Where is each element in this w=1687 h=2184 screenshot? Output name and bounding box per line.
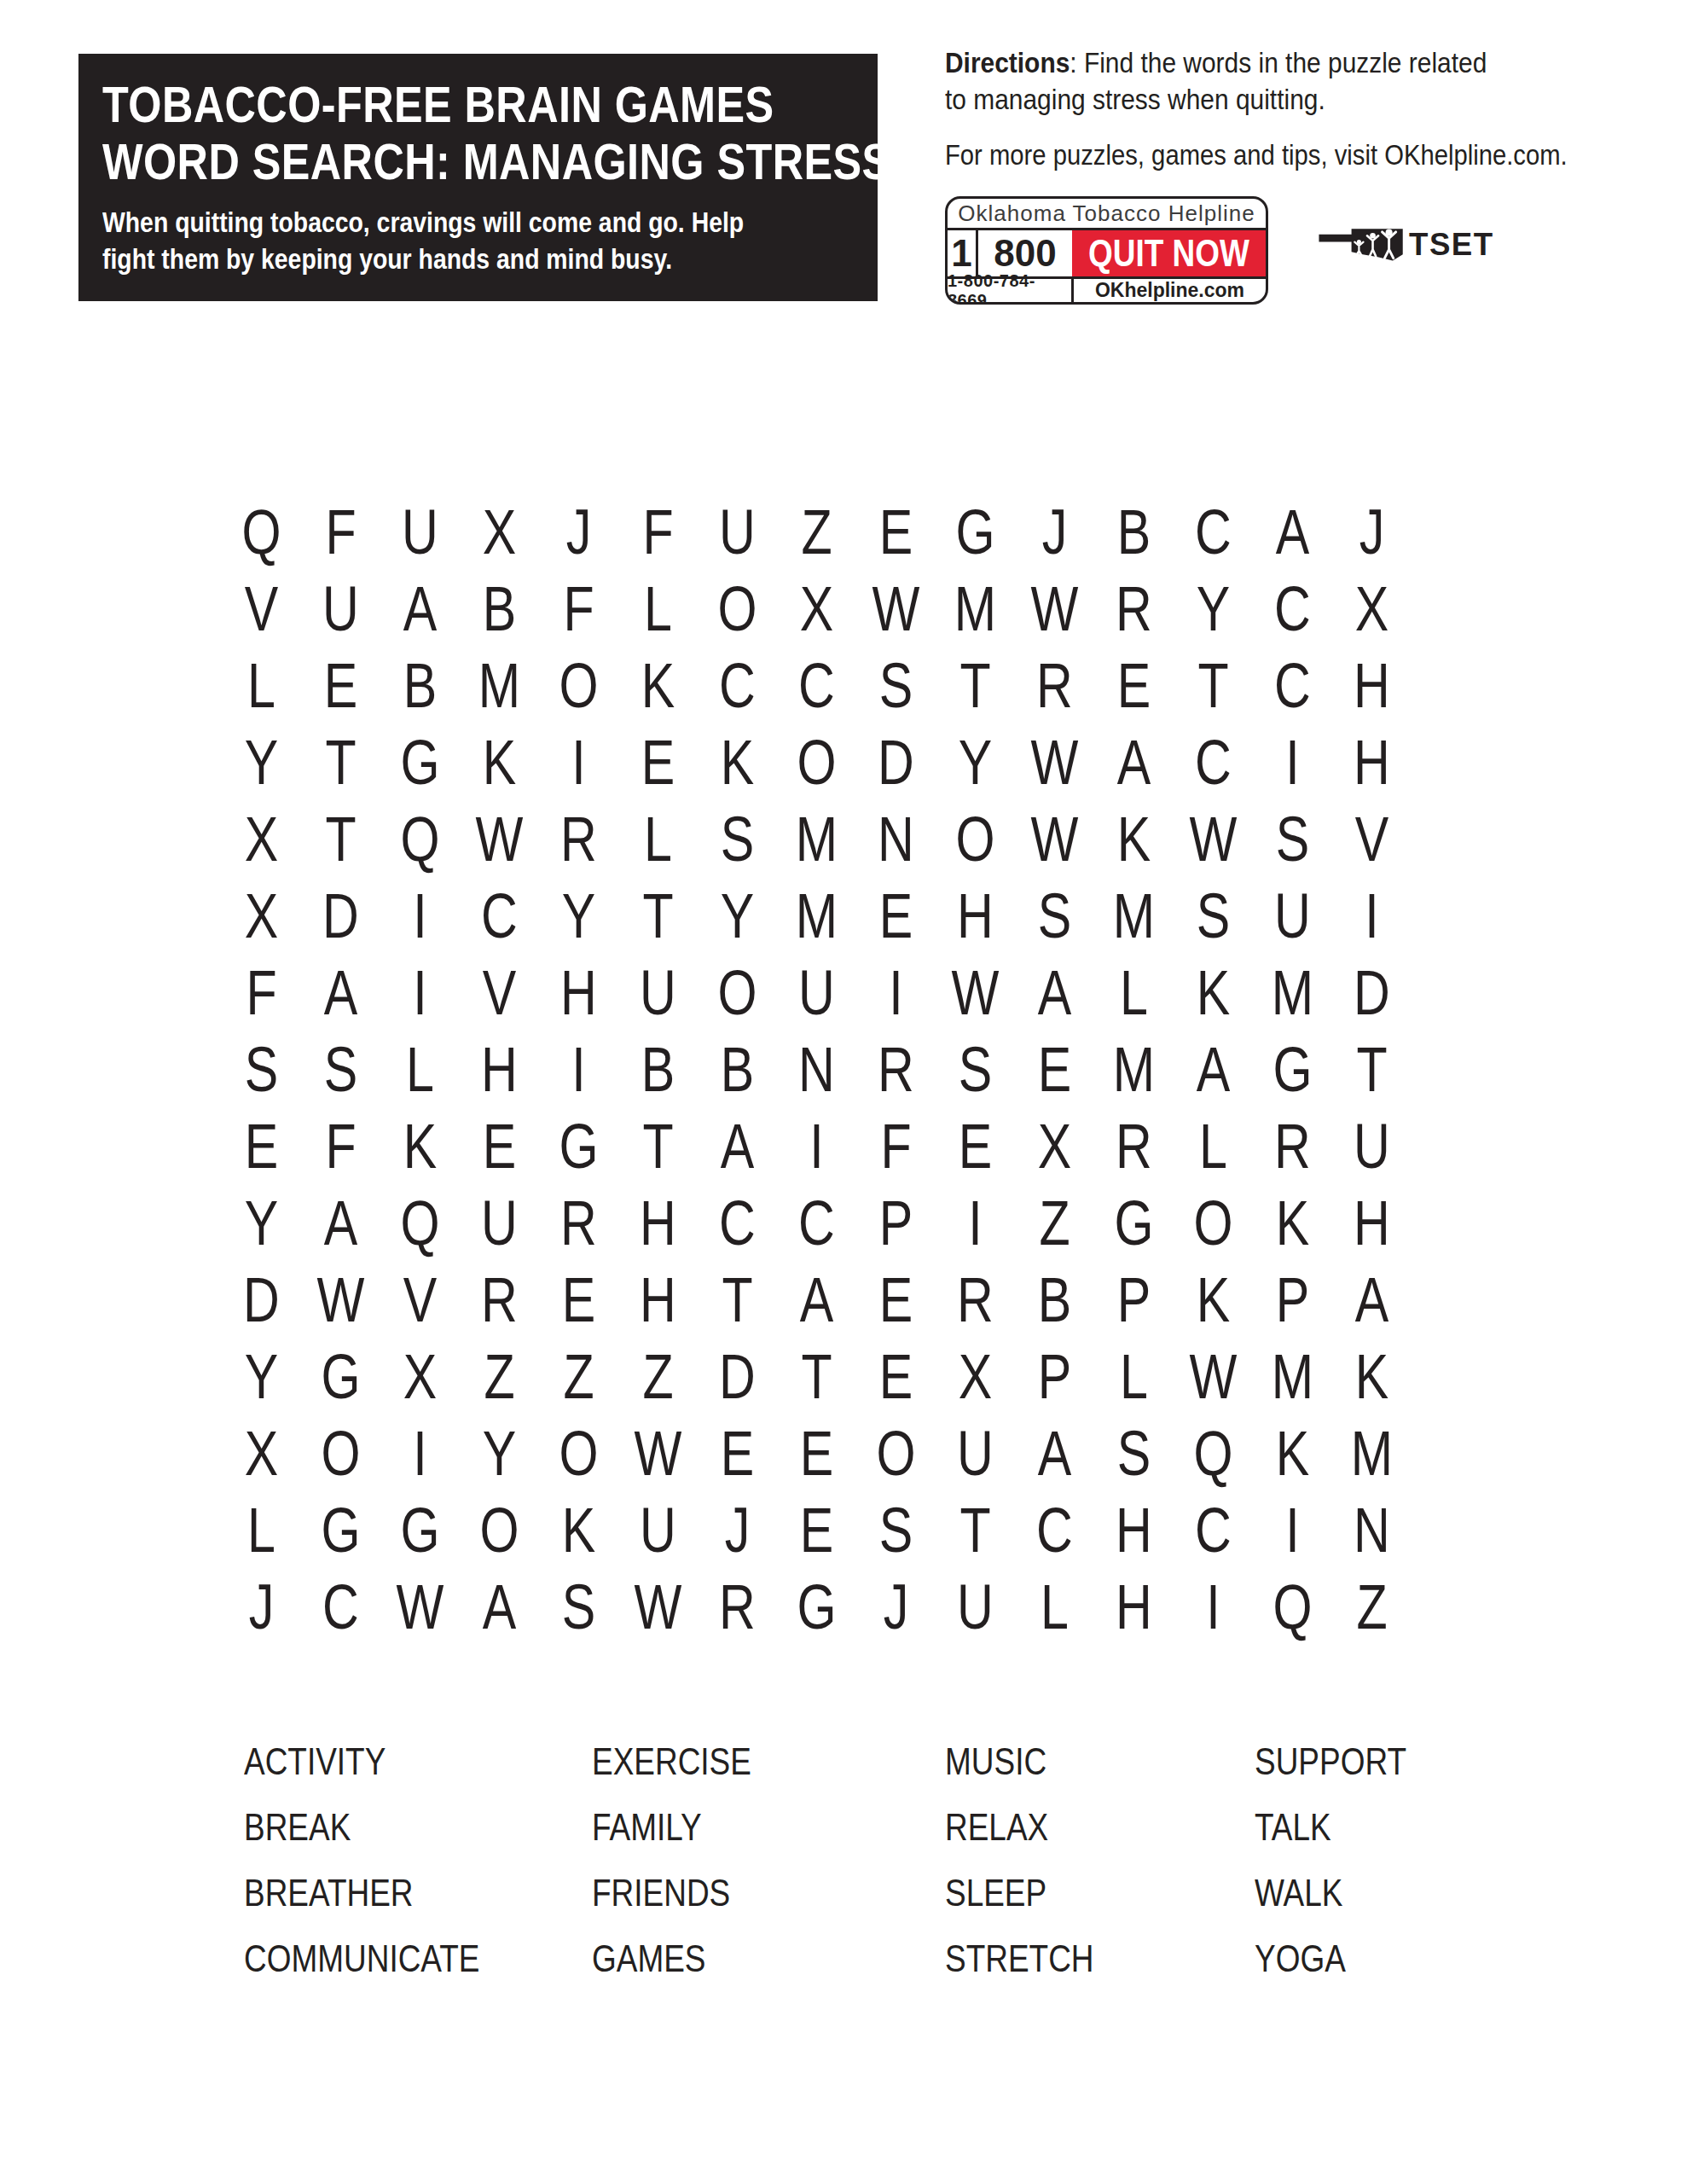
grid-cell[interactable]: T — [309, 800, 372, 877]
grid-cell[interactable]: E — [785, 1491, 848, 1568]
grid-cell[interactable]: Y — [705, 877, 768, 954]
grid-cell[interactable]: O — [943, 800, 1006, 877]
grid-cell[interactable]: I — [1340, 877, 1403, 954]
grid-cell[interactable]: J — [1023, 493, 1086, 570]
grid-cell[interactable]: W — [1023, 800, 1086, 877]
word-list-item: YOGA — [1255, 1937, 1609, 2003]
grid-cell[interactable]: H — [467, 1031, 530, 1107]
word-list: ACTIVITYBREAKBREATHERCOMMUNICATEEXERCISE… — [244, 1740, 1609, 2003]
grid-cell[interactable]: R — [1102, 1107, 1165, 1184]
grid-cell[interactable]: G — [388, 1491, 451, 1568]
word-list-column: EXERCISEFAMILYFRIENDSGAMES — [592, 1740, 945, 2003]
grid-cell[interactable]: E — [1023, 1031, 1086, 1107]
tset-logo: TSET — [1318, 218, 1505, 273]
grid-cell[interactable]: J — [229, 1568, 293, 1645]
grid-cell[interactable]: R — [467, 1261, 530, 1338]
title-line-1: TOBACCO-FREE BRAIN GAMES — [102, 76, 754, 133]
grid-cell[interactable]: F — [547, 570, 610, 647]
grid-cell[interactable]: R — [1261, 1107, 1324, 1184]
grid-cell[interactable]: C — [1181, 493, 1244, 570]
directions-line1: : Find the words in the puzzle related — [1070, 46, 1487, 78]
grid-cell[interactable]: J — [547, 493, 610, 570]
grid-cell[interactable]: E — [626, 723, 689, 800]
grid-cell[interactable]: I — [1261, 1491, 1324, 1568]
grid-cell[interactable]: Y — [547, 877, 610, 954]
grid-cell[interactable]: E — [229, 1107, 293, 1184]
grid-cell[interactable]: U — [626, 1491, 689, 1568]
grid-cell[interactable]: N — [785, 1031, 848, 1107]
grid-cell[interactable]: Y — [1181, 570, 1244, 647]
grid-cell[interactable]: A — [388, 570, 451, 647]
grid-cell[interactable]: Z — [785, 493, 848, 570]
grid-cell[interactable]: S — [1261, 800, 1324, 877]
word-list-item: RELAX — [945, 1806, 1255, 1872]
grid-cell[interactable]: K — [1340, 1338, 1403, 1414]
grid-cell[interactable]: Y — [229, 723, 293, 800]
grid-cell[interactable]: U — [943, 1568, 1006, 1645]
grid-cell[interactable]: A — [1181, 1031, 1244, 1107]
grid-cell[interactable]: U — [388, 493, 451, 570]
grid-cell[interactable]: W — [1023, 570, 1086, 647]
grid-cell[interactable]: J — [705, 1491, 768, 1568]
helpline-badge: Oklahoma Tobacco Helpline 1 800 QUIT NOW… — [945, 196, 1268, 305]
grid-cell[interactable]: C — [785, 647, 848, 723]
grid-cell[interactable]: F — [229, 954, 293, 1031]
grid-cell[interactable]: S — [229, 1031, 293, 1107]
grid-cell[interactable]: E — [943, 1107, 1006, 1184]
grid-cell[interactable]: C — [1261, 570, 1324, 647]
grid-cell[interactable]: H — [1102, 1491, 1165, 1568]
grid-cell[interactable]: O — [547, 1414, 610, 1491]
grid-cell[interactable]: K — [1261, 1184, 1324, 1261]
grid-cell[interactable]: D — [229, 1261, 293, 1338]
grid-cell[interactable]: K — [705, 723, 768, 800]
grid-cell[interactable]: S — [1102, 1414, 1165, 1491]
grid-cell[interactable]: X — [388, 1338, 451, 1414]
word-list-item: WALK — [1255, 1872, 1609, 1937]
grid-cell[interactable]: F — [864, 1107, 927, 1184]
word-list-column: ACTIVITYBREAKBREATHERCOMMUNICATE — [244, 1740, 592, 2003]
grid-cell[interactable]: I — [864, 954, 927, 1031]
grid-cell[interactable]: S — [1181, 877, 1244, 954]
grid-cell[interactable]: U — [1261, 877, 1324, 954]
grid-cell[interactable]: X — [943, 1338, 1006, 1414]
grid-cell[interactable]: B — [705, 1031, 768, 1107]
grid-cell[interactable]: E — [864, 1338, 927, 1414]
subtitle-line-2: fight them by keeping your hands and min… — [102, 241, 769, 277]
grid-cell[interactable]: K — [1181, 1261, 1244, 1338]
word-search-grid: QFUXJFUZEGJBCAJVUABFLOXWMWRYCXLEBMOKCCST… — [222, 493, 1412, 1645]
grid-cell[interactable]: S — [864, 1491, 927, 1568]
grid-cell[interactable]: A — [785, 1261, 848, 1338]
grid-cell[interactable]: G — [1261, 1031, 1324, 1107]
grid-cell[interactable]: B — [467, 570, 530, 647]
grid-cell[interactable]: M — [785, 800, 848, 877]
grid-cell[interactable]: H — [1340, 647, 1403, 723]
grid-cell[interactable]: W — [626, 1568, 689, 1645]
tset-wordmark: TSET — [1409, 227, 1494, 262]
grid-cell[interactable]: O — [1181, 1184, 1244, 1261]
grid-cell[interactable]: D — [1340, 954, 1403, 1031]
directions-text: Directions: Find the words in the puzzle… — [945, 44, 1610, 118]
grid-cell[interactable]: K — [547, 1491, 610, 1568]
grid-cell[interactable]: L — [1102, 954, 1165, 1031]
grid-cell[interactable]: A — [1023, 1414, 1086, 1491]
grid-cell[interactable]: Z — [1340, 1568, 1403, 1645]
grid-cell[interactable]: T — [626, 1107, 689, 1184]
grid-cell[interactable]: L — [388, 1031, 451, 1107]
grid-cell[interactable]: U — [785, 954, 848, 1031]
grid-cell[interactable]: O — [705, 954, 768, 1031]
badge-digit-1: 1 — [948, 230, 978, 276]
word-list-column: MUSICRELAXSLEEPSTRETCH — [945, 1740, 1255, 2003]
grid-cell[interactable]: L — [229, 647, 293, 723]
grid-cell[interactable]: O — [785, 723, 848, 800]
word-list-item: FRIENDS — [592, 1872, 945, 1937]
word-list-item: TALK — [1255, 1806, 1609, 1872]
grid-cell[interactable]: B — [1023, 1261, 1086, 1338]
grid-cell[interactable]: X — [229, 800, 293, 877]
grid-cell[interactable]: P — [1261, 1261, 1324, 1338]
grid-cell[interactable]: G — [547, 1107, 610, 1184]
grid-cell[interactable]: K — [388, 1107, 451, 1184]
grid-cell[interactable]: Z — [547, 1338, 610, 1414]
word-list-item: BREAK — [244, 1806, 592, 1872]
grid-cell[interactable]: V — [467, 954, 530, 1031]
grid-cell[interactable]: E — [864, 877, 927, 954]
grid-cell[interactable]: L — [1181, 1107, 1244, 1184]
grid-cell[interactable]: G — [388, 723, 451, 800]
grid-cell[interactable]: O — [705, 570, 768, 647]
grid-cell[interactable]: S — [943, 1031, 1006, 1107]
grid-cell[interactable]: H — [1102, 1568, 1165, 1645]
grid-cell[interactable]: T — [1181, 647, 1244, 723]
grid-cell[interactable]: Z — [626, 1338, 689, 1414]
grid-cell[interactable]: X — [467, 493, 530, 570]
grid-cell[interactable]: C — [1181, 1491, 1244, 1568]
grid-cell[interactable]: H — [943, 877, 1006, 954]
grid-cell[interactable]: U — [467, 1184, 530, 1261]
grid-cell[interactable]: A — [705, 1107, 768, 1184]
grid-cell[interactable]: T — [309, 723, 372, 800]
grid-cell[interactable]: S — [547, 1568, 610, 1645]
grid-cell[interactable]: R — [864, 1031, 927, 1107]
word-list-column: SUPPORTTALKWALKYOGA — [1255, 1740, 1609, 2003]
grid-cell[interactable]: Z — [467, 1338, 530, 1414]
word-list-item: STRETCH — [945, 1937, 1255, 2003]
grid-cell[interactable]: D — [309, 877, 372, 954]
grid-cell[interactable]: W — [388, 1568, 451, 1645]
grid-cell[interactable]: D — [864, 723, 927, 800]
grid-cell[interactable]: X — [1340, 570, 1403, 647]
directions-label: Directions — [945, 46, 1070, 78]
grid-cell[interactable]: E — [785, 1414, 848, 1491]
grid-cell[interactable]: I — [943, 1184, 1006, 1261]
grid-cell[interactable]: I — [388, 954, 451, 1031]
grid-cell[interactable]: S — [1023, 877, 1086, 954]
grid-cell[interactable]: W — [1023, 723, 1086, 800]
grid-cell[interactable]: K — [1181, 954, 1244, 1031]
grid-cell[interactable]: T — [1340, 1031, 1403, 1107]
grid-cell[interactable]: C — [705, 647, 768, 723]
grid-cell[interactable]: L — [1102, 1338, 1165, 1414]
grid-cell[interactable]: I — [1181, 1568, 1244, 1645]
grid-cell[interactable]: K — [467, 723, 530, 800]
grid-cell[interactable]: X — [1023, 1107, 1086, 1184]
tset-logo-graphic: TSET — [1318, 218, 1505, 273]
grid-cell[interactable]: U — [309, 570, 372, 647]
grid-cell[interactable]: P — [864, 1184, 927, 1261]
grid-cell[interactable]: M — [1261, 954, 1324, 1031]
grid-cell[interactable]: I — [547, 723, 610, 800]
grid-cell[interactable]: T — [626, 877, 689, 954]
grid-cell[interactable]: H — [626, 1184, 689, 1261]
grid-cell[interactable]: U — [943, 1414, 1006, 1491]
grid-cell[interactable]: L — [626, 800, 689, 877]
grid-cell[interactable]: T — [943, 1491, 1006, 1568]
grid-cell[interactable]: H — [547, 954, 610, 1031]
grid-cell[interactable]: H — [1340, 1184, 1403, 1261]
grid-cell[interactable]: I — [547, 1031, 610, 1107]
grid-cell[interactable]: K — [1261, 1414, 1324, 1491]
grid-cell[interactable]: M — [467, 647, 530, 723]
grid-cell[interactable]: P — [1102, 1261, 1165, 1338]
grid-cell[interactable]: H — [626, 1261, 689, 1338]
grid-cell[interactable]: G — [309, 1338, 372, 1414]
badge-digit-800: 800 — [978, 230, 1072, 276]
grid-cell[interactable]: M — [1102, 1031, 1165, 1107]
grid-cell[interactable]: P — [1023, 1338, 1086, 1414]
grid-cell[interactable]: L — [1023, 1568, 1086, 1645]
grid-cell[interactable]: O — [309, 1414, 372, 1491]
grid-cell[interactable]: E — [467, 1107, 530, 1184]
grid-cell[interactable]: I — [388, 1414, 451, 1491]
grid-cell[interactable]: K — [626, 647, 689, 723]
word-list-item: SLEEP — [945, 1872, 1255, 1937]
grid-cell[interactable]: W — [1181, 800, 1244, 877]
grid-cell[interactable]: T — [705, 1261, 768, 1338]
grid-cell[interactable]: R — [1023, 647, 1086, 723]
grid-cell[interactable]: W — [943, 954, 1006, 1031]
grid-cell[interactable]: A — [309, 1184, 372, 1261]
grid-cell[interactable]: S — [864, 647, 927, 723]
grid-cell[interactable]: Y — [467, 1414, 530, 1491]
more-info-text: For more puzzles, games and tips, visit … — [945, 136, 1610, 173]
badge-quit-now-box: QUIT NOW — [1072, 230, 1266, 276]
grid-cell[interactable]: X — [229, 877, 293, 954]
badge-phone-number: 1-800-784-8669 — [948, 279, 1074, 302]
grid-cell[interactable]: B — [626, 1031, 689, 1107]
grid-cell[interactable]: C — [1181, 723, 1244, 800]
grid-cell[interactable]: R — [943, 1261, 1006, 1338]
grid-cell[interactable]: I — [388, 877, 451, 954]
grid-cell[interactable]: G — [785, 1568, 848, 1645]
grid-cell[interactable]: F — [309, 1107, 372, 1184]
grid-cell[interactable]: S — [309, 1031, 372, 1107]
word-list-item: FAMILY — [592, 1806, 945, 1872]
header-box: TOBACCO-FREE BRAIN GAMES WORD SEARCH: MA… — [78, 54, 878, 301]
grid-cell[interactable]: M — [943, 570, 1006, 647]
grid-cell[interactable]: G — [1102, 1184, 1165, 1261]
grid-cell[interactable]: Q — [1261, 1568, 1324, 1645]
grid-cell[interactable]: A — [467, 1568, 530, 1645]
grid-cell[interactable]: E — [864, 1261, 927, 1338]
grid-cell[interactable]: J — [1340, 493, 1403, 570]
grid-cell[interactable]: A — [1023, 954, 1086, 1031]
word-list-item: EXERCISE — [592, 1740, 945, 1806]
grid-cell[interactable]: C — [705, 1184, 768, 1261]
grid-cell[interactable]: Z — [1023, 1184, 1086, 1261]
grid-cell[interactable]: W — [467, 800, 530, 877]
grid-cell[interactable]: V — [388, 1261, 451, 1338]
grid-cell[interactable]: E — [547, 1261, 610, 1338]
helpline-badge-title: Oklahoma Tobacco Helpline — [948, 199, 1266, 230]
grid-cell[interactable]: R — [1102, 570, 1165, 647]
grid-cell[interactable]: Y — [229, 1338, 293, 1414]
grid-cell[interactable]: Y — [229, 1184, 293, 1261]
grid-cell[interactable]: M — [1261, 1338, 1324, 1414]
grid-cell[interactable]: Q — [1181, 1414, 1244, 1491]
grid-cell[interactable]: Q — [388, 1184, 451, 1261]
grid-cell[interactable]: I — [785, 1107, 848, 1184]
grid-cell[interactable]: A — [1340, 1261, 1403, 1338]
grid-cell[interactable]: S — [705, 800, 768, 877]
grid-cell[interactable]: D — [705, 1338, 768, 1414]
badge-website: OKhelpline.com — [1074, 279, 1266, 302]
grid-cell[interactable]: V — [1340, 800, 1403, 877]
grid-cell[interactable]: W — [1181, 1338, 1244, 1414]
grid-cell[interactable]: F — [626, 493, 689, 570]
subtitle-line-1: When quitting tobacco, cravings will com… — [102, 204, 769, 241]
grid-cell[interactable]: F — [309, 493, 372, 570]
grid-cell[interactable]: Y — [943, 723, 1006, 800]
grid-cell[interactable]: C — [1261, 647, 1324, 723]
page-title: TOBACCO-FREE BRAIN GAMES WORD SEARCH: MA… — [102, 76, 878, 190]
grid-cell[interactable]: X — [229, 1414, 293, 1491]
word-search-page: { "game": "word-search", "header": { "ti… — [0, 0, 1687, 2184]
grid-cell[interactable]: Q — [388, 800, 451, 877]
grid-cell[interactable]: M — [1340, 1414, 1403, 1491]
grid-cell[interactable]: E — [309, 647, 372, 723]
grid-cell[interactable]: C — [785, 1184, 848, 1261]
directions-line2: to managing stress when quitting. — [945, 81, 1530, 118]
grid-cell[interactable]: E — [1102, 647, 1165, 723]
grid-cell[interactable]: U — [1340, 1107, 1403, 1184]
grid-cell[interactable]: O — [547, 647, 610, 723]
grid-cell[interactable]: W — [309, 1261, 372, 1338]
grid-cell[interactable]: O — [864, 1414, 927, 1491]
grid-cell[interactable]: B — [1102, 493, 1165, 570]
grid-cell[interactable]: E — [864, 493, 927, 570]
grid-cell[interactable]: B — [388, 647, 451, 723]
word-list-item: MUSIC — [945, 1740, 1255, 1806]
word-list-item: COMMUNICATE — [244, 1937, 592, 2003]
grid-cell[interactable]: T — [785, 1338, 848, 1414]
grid-cell[interactable]: J — [864, 1568, 927, 1645]
helpline-badge-footer: 1-800-784-8669 OKhelpline.com — [948, 276, 1266, 302]
grid-cell[interactable]: I — [1261, 723, 1324, 800]
grid-cell[interactable]: G — [309, 1491, 372, 1568]
grid-cell[interactable]: A — [1261, 493, 1324, 570]
grid-cell[interactable]: A — [1102, 723, 1165, 800]
grid-cell[interactable]: M — [785, 877, 848, 954]
page-subtitle: When quitting tobacco, cravings will com… — [102, 204, 878, 277]
word-list-item: BREATHER — [244, 1872, 592, 1937]
title-line-2: WORD SEARCH: MANAGING STRESS — [102, 133, 754, 190]
badge-quit-now-label: QUIT NOW — [1088, 232, 1249, 275]
grid-cell[interactable]: G — [943, 493, 1006, 570]
grid-cell[interactable]: R — [547, 1184, 610, 1261]
grid-cell[interactable]: T — [943, 647, 1006, 723]
grid-cell[interactable]: U — [705, 493, 768, 570]
grid-cell[interactable]: C — [309, 1568, 372, 1645]
grid-cell[interactable]: N — [864, 800, 927, 877]
grid-cell[interactable]: O — [467, 1491, 530, 1568]
grid-cell[interactable]: M — [1102, 877, 1165, 954]
grid-cell[interactable]: K — [1102, 800, 1165, 877]
grid-cell[interactable]: R — [547, 800, 610, 877]
grid-cell[interactable]: W — [864, 570, 927, 647]
grid-cell[interactable]: L — [626, 570, 689, 647]
grid-cell[interactable]: C — [1023, 1491, 1086, 1568]
grid-cell[interactable]: H — [1340, 723, 1403, 800]
word-list-item: SUPPORT — [1255, 1740, 1609, 1806]
grid-cell[interactable]: C — [467, 877, 530, 954]
grid-cell[interactable]: U — [626, 954, 689, 1031]
grid-cell[interactable]: V — [229, 570, 293, 647]
word-list-item: GAMES — [592, 1937, 945, 2003]
grid-cell[interactable]: W — [626, 1414, 689, 1491]
grid-cell[interactable]: L — [229, 1491, 293, 1568]
helpline-badge-number-row: 1 800 QUIT NOW — [948, 230, 1266, 276]
word-list-item: ACTIVITY — [244, 1740, 592, 1806]
grid-cell[interactable]: X — [785, 570, 848, 647]
grid-cell[interactable]: N — [1340, 1491, 1403, 1568]
grid-cell[interactable]: E — [705, 1414, 768, 1491]
grid-cell[interactable]: A — [309, 954, 372, 1031]
grid-cell[interactable]: R — [705, 1568, 768, 1645]
grid-cell[interactable]: Q — [229, 493, 293, 570]
